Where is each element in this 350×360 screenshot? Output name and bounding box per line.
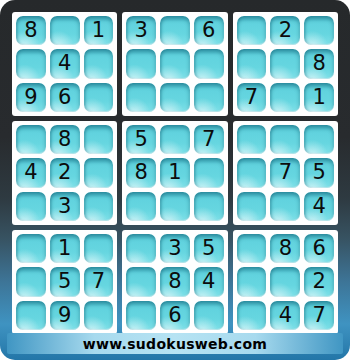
cell-r2c3[interactable]	[84, 49, 114, 78]
cell-r4c2[interactable]: 8	[50, 125, 80, 154]
cell-r7c7[interactable]	[237, 234, 267, 263]
cell-r5c6[interactable]	[194, 158, 224, 187]
box-r2c3: 754	[233, 121, 338, 225]
cell-r6c9[interactable]: 4	[304, 192, 334, 221]
cell-r1c1[interactable]: 8	[16, 16, 46, 45]
cell-r4c3[interactable]	[84, 125, 114, 154]
cell-r9c9[interactable]: 7	[304, 301, 334, 330]
cell-r8c9[interactable]: 2	[304, 267, 334, 296]
cell-r2c6[interactable]	[194, 49, 224, 78]
cell-r3c4[interactable]	[126, 83, 156, 112]
cell-r1c4[interactable]: 3	[126, 16, 156, 45]
cell-r8c3[interactable]: 7	[84, 267, 114, 296]
cell-r7c6[interactable]: 5	[194, 234, 224, 263]
cell-r6c2[interactable]: 3	[50, 192, 80, 221]
cell-r4c5[interactable]	[160, 125, 190, 154]
box-r3c2: 35846	[122, 230, 227, 334]
cell-r4c1[interactable]	[16, 125, 46, 154]
cell-r3c6[interactable]	[194, 83, 224, 112]
cell-r1c2[interactable]	[50, 16, 80, 45]
cell-r1c9[interactable]	[304, 16, 334, 45]
box-r2c1: 8423	[12, 121, 117, 225]
cell-r7c2[interactable]: 1	[50, 234, 80, 263]
box-r1c3: 2871	[233, 12, 338, 116]
cell-r5c4[interactable]: 8	[126, 158, 156, 187]
box-r1c1: 81496	[12, 12, 117, 116]
cell-r1c3[interactable]: 1	[84, 16, 114, 45]
cell-r7c4[interactable]	[126, 234, 156, 263]
cell-r2c2[interactable]: 4	[50, 49, 80, 78]
cell-r6c4[interactable]	[126, 192, 156, 221]
cell-r8c1[interactable]	[16, 267, 46, 296]
cell-r3c8[interactable]	[270, 83, 300, 112]
cell-r5c9[interactable]: 5	[304, 158, 334, 187]
cell-r3c7[interactable]: 7	[237, 83, 267, 112]
cell-r8c4[interactable]	[126, 267, 156, 296]
site-url-banner: www.sudokusweb.com	[7, 333, 343, 354]
cell-r2c9[interactable]: 8	[304, 49, 334, 78]
cell-r9c5[interactable]: 6	[160, 301, 190, 330]
cell-r3c1[interactable]: 9	[16, 83, 46, 112]
cell-r6c5[interactable]	[160, 192, 190, 221]
cell-r1c6[interactable]: 6	[194, 16, 224, 45]
cell-r9c3[interactable]	[84, 301, 114, 330]
box-r1c2: 36	[122, 12, 227, 116]
site-url: www.sudokusweb.com	[83, 336, 267, 352]
cell-r7c8[interactable]: 8	[270, 234, 300, 263]
cell-r8c8[interactable]	[270, 267, 300, 296]
cell-r6c7[interactable]	[237, 192, 267, 221]
cell-r3c3[interactable]	[84, 83, 114, 112]
cell-r3c5[interactable]	[160, 83, 190, 112]
cell-r4c6[interactable]: 7	[194, 125, 224, 154]
cell-r2c5[interactable]	[160, 49, 190, 78]
cell-r9c7[interactable]	[237, 301, 267, 330]
cell-r8c6[interactable]: 4	[194, 267, 224, 296]
cell-r9c1[interactable]	[16, 301, 46, 330]
cell-r8c2[interactable]: 5	[50, 267, 80, 296]
cell-r2c1[interactable]	[16, 49, 46, 78]
cell-r5c8[interactable]: 7	[270, 158, 300, 187]
cell-r5c3[interactable]	[84, 158, 114, 187]
box-r2c2: 5781	[122, 121, 227, 225]
cell-r5c2[interactable]: 2	[50, 158, 80, 187]
box-r3c3: 86247	[233, 230, 338, 334]
sudoku-board: 814963628718423578175415793584686247	[12, 12, 338, 334]
cell-r9c4[interactable]	[126, 301, 156, 330]
box-r3c1: 1579	[12, 230, 117, 334]
cell-r9c8[interactable]: 4	[270, 301, 300, 330]
cell-r7c1[interactable]	[16, 234, 46, 263]
cell-r9c2[interactable]: 9	[50, 301, 80, 330]
cell-r6c6[interactable]	[194, 192, 224, 221]
cell-r1c7[interactable]	[237, 16, 267, 45]
cell-r4c8[interactable]	[270, 125, 300, 154]
cell-r6c8[interactable]	[270, 192, 300, 221]
cell-r2c8[interactable]	[270, 49, 300, 78]
cell-r7c5[interactable]: 3	[160, 234, 190, 263]
cell-r3c9[interactable]: 1	[304, 83, 334, 112]
cell-r2c7[interactable]	[237, 49, 267, 78]
cell-r9c6[interactable]	[194, 301, 224, 330]
cell-r4c7[interactable]	[237, 125, 267, 154]
cell-r5c1[interactable]: 4	[16, 158, 46, 187]
sudoku-board-frame: 814963628718423578175415793584686247 www…	[0, 0, 350, 360]
cell-r4c4[interactable]: 5	[126, 125, 156, 154]
cell-r6c1[interactable]	[16, 192, 46, 221]
cell-r1c5[interactable]	[160, 16, 190, 45]
cell-r7c3[interactable]	[84, 234, 114, 263]
cell-r4c9[interactable]	[304, 125, 334, 154]
cell-r6c3[interactable]	[84, 192, 114, 221]
cell-r5c7[interactable]	[237, 158, 267, 187]
cell-r8c5[interactable]: 8	[160, 267, 190, 296]
cell-r7c9[interactable]: 6	[304, 234, 334, 263]
cell-r5c5[interactable]: 1	[160, 158, 190, 187]
cell-r2c4[interactable]	[126, 49, 156, 78]
cell-r8c7[interactable]	[237, 267, 267, 296]
cell-r1c8[interactable]: 2	[270, 16, 300, 45]
cell-r3c2[interactable]: 6	[50, 83, 80, 112]
